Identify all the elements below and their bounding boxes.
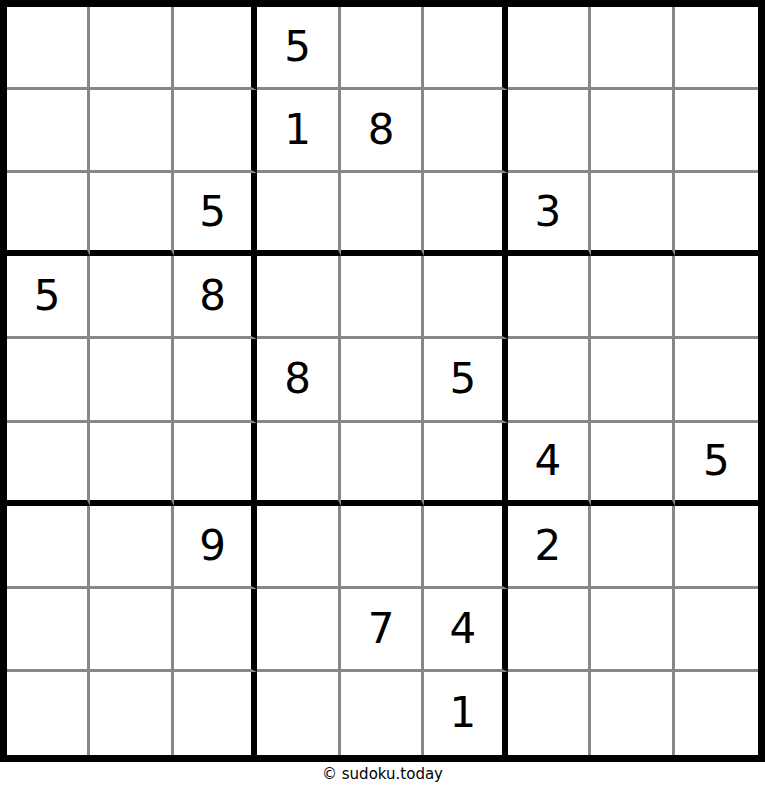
cell-r3c8[interactable] xyxy=(591,173,674,256)
cell-r9c7[interactable] xyxy=(508,672,591,755)
cell-r1c9[interactable] xyxy=(675,7,758,90)
cell-r8c6-given[interactable]: 4 xyxy=(424,589,507,672)
cell-r9c3[interactable] xyxy=(174,672,257,755)
cell-r2c3[interactable] xyxy=(174,90,257,173)
cell-r9c6-given[interactable]: 1 xyxy=(424,672,507,755)
cell-r1c2[interactable] xyxy=(90,7,173,90)
cell-r3c9[interactable] xyxy=(675,173,758,256)
cell-r9c1[interactable] xyxy=(7,672,90,755)
cell-r8c4[interactable] xyxy=(257,589,340,672)
cell-r2c1[interactable] xyxy=(7,90,90,173)
cell-r3c3-given[interactable]: 5 xyxy=(174,173,257,256)
cell-r5c1[interactable] xyxy=(7,339,90,422)
cell-r7c8[interactable] xyxy=(591,506,674,589)
cell-r7c7-given[interactable]: 2 xyxy=(508,506,591,589)
cell-r4c1-given[interactable]: 5 xyxy=(7,256,90,339)
cell-r7c1[interactable] xyxy=(7,506,90,589)
cell-r4c8[interactable] xyxy=(591,256,674,339)
cell-r5c3[interactable] xyxy=(174,339,257,422)
cell-r1c4-given[interactable]: 5 xyxy=(257,7,340,90)
cell-r1c3[interactable] xyxy=(174,7,257,90)
cell-r4c2[interactable] xyxy=(90,256,173,339)
cell-r5c9[interactable] xyxy=(675,339,758,422)
cell-r2c6[interactable] xyxy=(424,90,507,173)
cell-r6c9-given[interactable]: 5 xyxy=(675,423,758,506)
cell-r3c2[interactable] xyxy=(90,173,173,256)
cell-r7c5[interactable] xyxy=(341,506,424,589)
cell-r1c6[interactable] xyxy=(424,7,507,90)
cell-r7c6[interactable] xyxy=(424,506,507,589)
cell-r9c4[interactable] xyxy=(257,672,340,755)
cell-r2c9[interactable] xyxy=(675,90,758,173)
cell-r9c2[interactable] xyxy=(90,672,173,755)
cell-r8c2[interactable] xyxy=(90,589,173,672)
cell-r3c4[interactable] xyxy=(257,173,340,256)
cell-r2c2[interactable] xyxy=(90,90,173,173)
cell-r8c1[interactable] xyxy=(7,589,90,672)
cell-r8c8[interactable] xyxy=(591,589,674,672)
cell-r4c9[interactable] xyxy=(675,256,758,339)
cell-r5c6-given[interactable]: 5 xyxy=(424,339,507,422)
cell-r1c1[interactable] xyxy=(7,7,90,90)
cell-r9c5[interactable] xyxy=(341,672,424,755)
sudoku-board: 5185358854592741 xyxy=(0,0,765,762)
cell-r7c2[interactable] xyxy=(90,506,173,589)
cell-r6c4[interactable] xyxy=(257,423,340,506)
cell-r6c7-given[interactable]: 4 xyxy=(508,423,591,506)
cell-r8c3[interactable] xyxy=(174,589,257,672)
cell-r3c1[interactable] xyxy=(7,173,90,256)
cell-r2c5-given[interactable]: 8 xyxy=(341,90,424,173)
cell-r8c5-given[interactable]: 7 xyxy=(341,589,424,672)
cell-r2c7[interactable] xyxy=(508,90,591,173)
cell-r6c1[interactable] xyxy=(7,423,90,506)
cell-r7c9[interactable] xyxy=(675,506,758,589)
cell-r5c5[interactable] xyxy=(341,339,424,422)
cell-r4c6[interactable] xyxy=(424,256,507,339)
cell-r4c7[interactable] xyxy=(508,256,591,339)
cell-r6c5[interactable] xyxy=(341,423,424,506)
credit-line: © sudoku.today xyxy=(0,762,765,785)
cell-r6c8[interactable] xyxy=(591,423,674,506)
cell-r2c4-given[interactable]: 1 xyxy=(257,90,340,173)
cell-r5c2[interactable] xyxy=(90,339,173,422)
cell-r7c4[interactable] xyxy=(257,506,340,589)
cell-r1c8[interactable] xyxy=(591,7,674,90)
cell-r1c5[interactable] xyxy=(341,7,424,90)
cell-r9c8[interactable] xyxy=(591,672,674,755)
cell-r4c3-given[interactable]: 8 xyxy=(174,256,257,339)
cell-r2c8[interactable] xyxy=(591,90,674,173)
cell-r3c5[interactable] xyxy=(341,173,424,256)
cell-r4c4[interactable] xyxy=(257,256,340,339)
cell-r1c7[interactable] xyxy=(508,7,591,90)
cell-r8c9[interactable] xyxy=(675,589,758,672)
cell-r9c9[interactable] xyxy=(675,672,758,755)
cell-r3c7-given[interactable]: 3 xyxy=(508,173,591,256)
credit-link[interactable]: © sudoku.today xyxy=(322,765,443,783)
cell-r5c7[interactable] xyxy=(508,339,591,422)
cell-r6c2[interactable] xyxy=(90,423,173,506)
cell-r7c3-given[interactable]: 9 xyxy=(174,506,257,589)
cell-r4c5[interactable] xyxy=(341,256,424,339)
cell-r5c4-given[interactable]: 8 xyxy=(257,339,340,422)
cell-r3c6[interactable] xyxy=(424,173,507,256)
cell-r8c7[interactable] xyxy=(508,589,591,672)
sudoku-page: 5185358854592741 © sudoku.today xyxy=(0,0,765,785)
cell-r6c3[interactable] xyxy=(174,423,257,506)
cell-r6c6[interactable] xyxy=(424,423,507,506)
cell-r5c8[interactable] xyxy=(591,339,674,422)
